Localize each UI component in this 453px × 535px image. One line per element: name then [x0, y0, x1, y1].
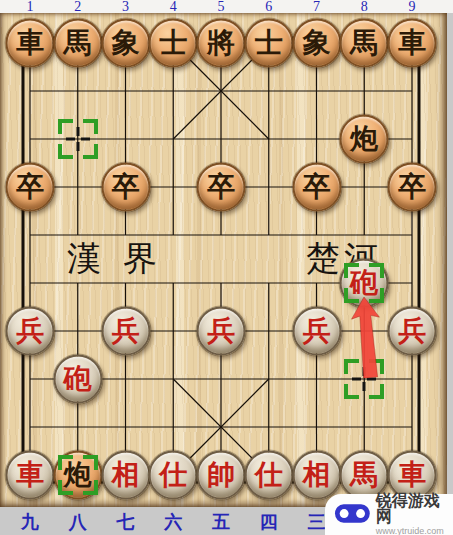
file-label-top: 3	[122, 0, 129, 13]
piece-glyph: 兵	[16, 311, 44, 349]
piece-glyph: 炮	[350, 119, 378, 157]
piece-glyph: 炮	[64, 455, 92, 493]
piece-black-soldier[interactable]: 卒	[388, 163, 437, 212]
file-label-bottom: 三	[308, 510, 326, 534]
piece-glyph: 馬	[350, 23, 378, 61]
piece-black-advisor[interactable]: 士	[149, 19, 198, 68]
piece-black-chariot[interactable]: 車	[388, 19, 437, 68]
file-label-top: 5	[218, 0, 225, 13]
file-label-top: 1	[27, 0, 34, 13]
piece-glyph: 砲	[350, 263, 378, 301]
file-label-bottom: 八	[69, 510, 87, 534]
piece-red-soldier[interactable]: 兵	[101, 307, 150, 356]
file-label-bottom: 五	[212, 510, 230, 534]
piece-glyph: 車	[16, 455, 44, 493]
piece-black-soldier[interactable]: 卒	[292, 163, 341, 212]
piece-glyph: 馬	[64, 23, 92, 61]
piece-glyph: 馬	[350, 455, 378, 493]
piece-glyph: 兵	[398, 311, 426, 349]
file-label-bottom: 七	[117, 510, 135, 534]
piece-glyph: 車	[398, 23, 426, 61]
piece-glyph: 帥	[207, 455, 235, 493]
piece-red-general[interactable]: 帥	[197, 451, 246, 500]
piece-glyph: 卒	[207, 167, 235, 205]
piece-red-soldier[interactable]: 兵	[6, 307, 55, 356]
file-label-bottom: 四	[260, 510, 278, 534]
piece-glyph: 兵	[112, 311, 140, 349]
river-text-left: 界	[123, 236, 157, 282]
watermark-badge: 锐得游戏网 www.ytruide.com	[325, 494, 453, 535]
piece-glyph: 卒	[112, 167, 140, 205]
piece-red-cannon[interactable]: 砲	[340, 259, 389, 308]
piece-glyph: 車	[16, 23, 44, 61]
watermark-url: www.ytruide.com	[376, 527, 453, 535]
piece-black-soldier[interactable]: 卒	[101, 163, 150, 212]
piece-red-soldier[interactable]: 兵	[292, 307, 341, 356]
piece-glyph: 卒	[16, 167, 44, 205]
file-label-bottom: 六	[164, 510, 182, 534]
river-text-right: 楚	[306, 236, 340, 282]
piece-black-elephant[interactable]: 象	[101, 19, 150, 68]
piece-red-elephant[interactable]: 相	[292, 451, 341, 500]
file-label-top: 9	[409, 0, 416, 13]
piece-black-cannon[interactable]: 炮	[340, 115, 389, 164]
piece-glyph: 將	[207, 23, 235, 61]
file-label-top: 2	[74, 0, 81, 13]
piece-glyph: 象	[303, 23, 331, 61]
piece-glyph: 砲	[64, 359, 92, 397]
piece-red-advisor[interactable]: 仕	[244, 451, 293, 500]
piece-glyph: 相	[303, 455, 331, 493]
file-label-bottom: 九	[21, 510, 39, 534]
watermark-site-name: 锐得游戏网	[376, 493, 453, 525]
xiangqi-game-screen: 漢界楚河 車馬象士將士象馬車炮卒卒卒卒卒砲兵兵兵兵砲兵車炮相仕帥仕相馬車 123…	[0, 0, 453, 535]
river-text-left: 漢	[67, 236, 101, 282]
piece-glyph: 兵	[207, 311, 235, 349]
piece-glyph: 仕	[159, 455, 187, 493]
file-label-top: 6	[265, 0, 272, 13]
piece-black-soldier[interactable]: 卒	[197, 163, 246, 212]
piece-glyph: 仕	[255, 455, 283, 493]
piece-black-cannon[interactable]: 炮	[53, 451, 102, 500]
piece-glyph: 相	[112, 455, 140, 493]
piece-black-advisor[interactable]: 士	[244, 19, 293, 68]
gamepad-icon	[334, 501, 371, 528]
file-label-top: 8	[361, 0, 368, 13]
piece-glyph: 士	[255, 23, 283, 61]
piece-black-horse[interactable]: 馬	[340, 19, 389, 68]
piece-glyph: 象	[112, 23, 140, 61]
file-label-top: 7	[313, 0, 320, 13]
piece-red-soldier[interactable]: 兵	[388, 307, 437, 356]
piece-glyph: 車	[398, 455, 426, 493]
piece-black-general[interactable]: 將	[197, 19, 246, 68]
piece-glyph: 卒	[398, 167, 426, 205]
piece-glyph: 士	[159, 23, 187, 61]
piece-red-elephant[interactable]: 相	[101, 451, 150, 500]
piece-black-chariot[interactable]: 車	[6, 19, 55, 68]
piece-black-soldier[interactable]: 卒	[6, 163, 55, 212]
piece-red-cannon[interactable]: 砲	[53, 355, 102, 404]
piece-black-elephant[interactable]: 象	[292, 19, 341, 68]
piece-red-advisor[interactable]: 仕	[149, 451, 198, 500]
piece-red-chariot[interactable]: 車	[6, 451, 55, 500]
piece-glyph: 卒	[303, 167, 331, 205]
file-labels-top: 123456789	[0, 0, 453, 13]
file-label-top: 4	[170, 0, 177, 13]
piece-glyph: 兵	[303, 311, 331, 349]
piece-black-horse[interactable]: 馬	[53, 19, 102, 68]
piece-red-soldier[interactable]: 兵	[197, 307, 246, 356]
